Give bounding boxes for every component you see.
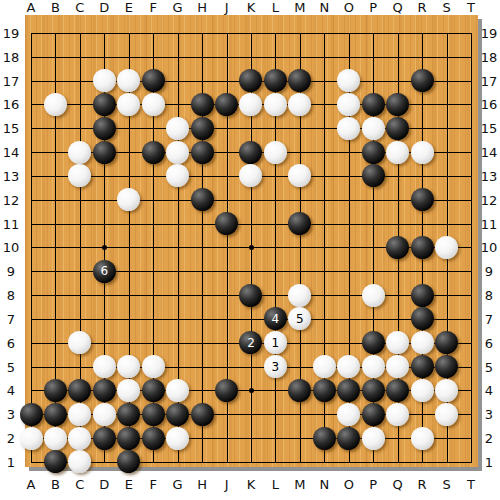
stone-black[interactable] <box>142 403 165 426</box>
coordinate-label: R <box>418 478 427 491</box>
coordinate-label: 10 <box>3 241 20 254</box>
coordinate-label: T <box>467 1 475 14</box>
coordinate-label: 6 <box>7 336 15 349</box>
stone-white[interactable] <box>362 117 385 140</box>
stone-black[interactable] <box>435 355 458 378</box>
coordinate-label: A <box>27 478 36 491</box>
coordinate-label: N <box>319 478 329 491</box>
coordinate-label: G <box>173 478 183 491</box>
coordinate-label: C <box>75 1 84 14</box>
coordinate-label: 2 <box>7 432 15 445</box>
stone-white[interactable] <box>288 284 311 307</box>
stone-black[interactable] <box>337 427 360 450</box>
stone-white[interactable] <box>435 379 458 402</box>
coordinate-label: N <box>319 1 329 14</box>
coordinate-label: F <box>149 1 156 14</box>
move-number-label: 1 <box>272 337 280 349</box>
coordinate-label: 3 <box>7 408 15 421</box>
coordinate-label: 16 <box>481 98 498 111</box>
coordinate-label: G <box>173 1 183 14</box>
stone-white[interactable] <box>166 117 189 140</box>
coordinate-label: S <box>442 1 450 14</box>
stone-white[interactable] <box>337 69 360 92</box>
stone-white[interactable] <box>68 427 91 450</box>
move-number-label: 6 <box>101 265 109 277</box>
hoshi-point <box>249 245 254 250</box>
hoshi-point <box>249 388 254 393</box>
stone-white[interactable] <box>166 141 189 164</box>
stone-black[interactable] <box>435 331 458 354</box>
coordinate-label: 4 <box>7 384 15 397</box>
stone-white[interactable] <box>142 355 165 378</box>
coordinate-label: L <box>272 478 279 491</box>
coordinate-label: T <box>467 478 475 491</box>
stone-white[interactable] <box>117 188 140 211</box>
go-board[interactable]: 645213 <box>25 15 478 467</box>
stone-black[interactable]: 4 <box>264 307 287 330</box>
stone-white[interactable] <box>93 69 116 92</box>
coordinate-label: 9 <box>485 265 493 278</box>
stone-black[interactable] <box>264 69 287 92</box>
coordinate-label: 1 <box>485 455 493 468</box>
stone-white[interactable] <box>337 93 360 116</box>
stone-white[interactable] <box>288 164 311 187</box>
stone-black[interactable] <box>215 93 238 116</box>
coordinate-label: 19 <box>3 27 20 40</box>
stone-black[interactable] <box>215 212 238 235</box>
stone-white[interactable] <box>386 403 409 426</box>
coordinate-label: 18 <box>481 50 498 63</box>
stone-black[interactable] <box>44 379 67 402</box>
stone-white[interactable] <box>68 331 91 354</box>
coordinate-label: 14 <box>481 146 498 159</box>
stone-white[interactable] <box>166 427 189 450</box>
stone-black[interactable] <box>337 379 360 402</box>
stone-black[interactable] <box>411 284 434 307</box>
stone-white[interactable] <box>142 93 165 116</box>
move-number-label: 2 <box>247 337 255 349</box>
stone-white[interactable] <box>68 141 91 164</box>
coordinate-label: 17 <box>481 74 498 87</box>
stone-black[interactable] <box>191 188 214 211</box>
coordinate-label: M <box>294 478 305 491</box>
stone-black[interactable] <box>411 355 434 378</box>
coordinate-label: Q <box>393 478 403 491</box>
stone-black[interactable] <box>93 93 116 116</box>
coordinate-label: 12 <box>481 193 498 206</box>
coordinate-label: J <box>225 478 229 491</box>
stone-black[interactable] <box>288 212 311 235</box>
stone-white[interactable] <box>68 450 91 473</box>
grid-line <box>31 33 32 463</box>
stone-white[interactable] <box>337 117 360 140</box>
stone-black[interactable] <box>362 331 385 354</box>
coordinate-label: 15 <box>3 122 20 135</box>
stone-black[interactable] <box>239 141 262 164</box>
stone-white[interactable]: 5 <box>288 307 311 330</box>
coordinate-label: O <box>344 478 354 491</box>
coordinate-label: M <box>294 1 305 14</box>
stone-white[interactable] <box>435 403 458 426</box>
coordinate-label: 6 <box>485 336 493 349</box>
move-number-label: 3 <box>272 361 280 373</box>
stone-black[interactable] <box>93 117 116 140</box>
coordinate-label: O <box>344 1 354 14</box>
stone-black[interactable] <box>93 379 116 402</box>
stone-black[interactable] <box>411 236 434 259</box>
coordinate-label: H <box>197 1 207 14</box>
coordinate-label: C <box>75 478 84 491</box>
coordinate-label: B <box>51 478 60 491</box>
stone-black[interactable] <box>93 141 116 164</box>
move-number-label: 5 <box>296 313 304 325</box>
stone-black[interactable] <box>411 69 434 92</box>
stone-white[interactable] <box>166 379 189 402</box>
coordinate-label: 8 <box>7 289 15 302</box>
coordinate-label: K <box>247 1 256 14</box>
stone-white[interactable] <box>117 355 140 378</box>
stone-black[interactable] <box>93 427 116 450</box>
stone-white[interactable] <box>239 93 262 116</box>
coordinate-label: P <box>369 478 377 491</box>
coordinate-label: 19 <box>481 27 498 40</box>
stone-black[interactable] <box>362 403 385 426</box>
coordinate-label: P <box>369 1 377 14</box>
stone-white[interactable] <box>68 164 91 187</box>
stone-white[interactable] <box>20 427 43 450</box>
stone-black[interactable] <box>166 403 189 426</box>
coordinate-label: 13 <box>481 169 498 182</box>
coordinate-label: 2 <box>485 432 493 445</box>
stone-black[interactable] <box>142 69 165 92</box>
coordinate-label: 5 <box>7 360 15 373</box>
coordinate-label: 7 <box>485 312 493 325</box>
coordinate-label: 16 <box>3 98 20 111</box>
coordinate-label: 10 <box>481 241 498 254</box>
coordinate-label: 7 <box>7 312 15 325</box>
coordinate-label: 14 <box>3 146 20 159</box>
stone-white[interactable] <box>386 331 409 354</box>
stone-white[interactable] <box>337 403 360 426</box>
coordinate-label: B <box>51 1 60 14</box>
coordinate-label: 9 <box>7 265 15 278</box>
grid-line <box>471 33 472 463</box>
stone-black[interactable] <box>411 188 434 211</box>
stone-black[interactable] <box>191 403 214 426</box>
stone-black[interactable] <box>44 450 67 473</box>
stone-black[interactable] <box>386 117 409 140</box>
stone-white[interactable] <box>117 379 140 402</box>
stone-black[interactable] <box>142 141 165 164</box>
coordinate-label: 3 <box>485 408 493 421</box>
stone-white[interactable] <box>44 93 67 116</box>
coordinate-label: R <box>418 1 427 14</box>
stone-black[interactable] <box>215 379 238 402</box>
stone-white[interactable] <box>435 236 458 259</box>
go-board-screenshot: 645213 ABCDEFGHJKLMNOPQRST ABCDEFGHJKLMN… <box>0 0 500 500</box>
stone-black[interactable] <box>239 69 262 92</box>
stone-white[interactable] <box>264 93 287 116</box>
stone-white[interactable]: 1 <box>264 331 287 354</box>
stone-white[interactable] <box>337 355 360 378</box>
stone-black[interactable] <box>288 379 311 402</box>
stone-white[interactable] <box>386 141 409 164</box>
coordinate-label: L <box>272 1 279 14</box>
stone-black[interactable] <box>386 236 409 259</box>
stone-white[interactable] <box>411 141 434 164</box>
stone-black[interactable]: 2 <box>239 331 262 354</box>
stone-black[interactable] <box>117 427 140 450</box>
coordinate-label: H <box>197 478 207 491</box>
stone-black[interactable] <box>68 379 91 402</box>
stone-black[interactable] <box>362 93 385 116</box>
stone-white[interactable] <box>362 355 385 378</box>
stone-black[interactable] <box>288 69 311 92</box>
stone-black[interactable] <box>362 379 385 402</box>
stone-white[interactable] <box>117 69 140 92</box>
stone-white[interactable] <box>288 93 311 116</box>
stone-white[interactable] <box>68 403 91 426</box>
stone-white[interactable] <box>411 427 434 450</box>
coordinate-label: K <box>247 478 256 491</box>
stone-black[interactable] <box>191 93 214 116</box>
stone-black[interactable] <box>20 403 43 426</box>
stone-black[interactable] <box>411 307 434 330</box>
stone-white[interactable]: 3 <box>264 355 287 378</box>
coordinate-label: D <box>99 478 109 491</box>
hoshi-point <box>102 245 107 250</box>
stone-black[interactable] <box>362 164 385 187</box>
coordinate-label: A <box>27 1 36 14</box>
coordinate-label: E <box>125 1 133 14</box>
coordinate-label: 15 <box>481 122 498 135</box>
coordinate-label: 5 <box>485 360 493 373</box>
stone-white[interactable] <box>386 355 409 378</box>
stone-white[interactable] <box>313 355 336 378</box>
coordinate-label: J <box>225 1 229 14</box>
stone-black[interactable] <box>386 93 409 116</box>
stone-white[interactable] <box>166 164 189 187</box>
coordinate-label: Q <box>393 1 403 14</box>
stone-black[interactable] <box>386 379 409 402</box>
move-number-label: 4 <box>272 313 280 325</box>
coordinate-label: 13 <box>3 169 20 182</box>
stone-white[interactable] <box>362 427 385 450</box>
coordinate-label: 8 <box>485 289 493 302</box>
stone-black[interactable]: 6 <box>93 260 116 283</box>
coordinate-label: 4 <box>485 384 493 397</box>
stone-black[interactable] <box>313 379 336 402</box>
stone-white[interactable] <box>362 284 385 307</box>
coordinate-label: 11 <box>3 217 20 230</box>
stone-white[interactable] <box>117 93 140 116</box>
grid-line <box>31 462 472 463</box>
stone-black[interactable] <box>191 117 214 140</box>
stone-black[interactable] <box>117 403 140 426</box>
stone-black[interactable] <box>44 403 67 426</box>
stone-white[interactable] <box>239 164 262 187</box>
coordinate-label: E <box>125 478 133 491</box>
stone-white[interactable] <box>411 379 434 402</box>
coordinate-label: 18 <box>3 50 20 63</box>
stone-black[interactable] <box>239 284 262 307</box>
stone-black[interactable] <box>313 427 336 450</box>
coordinate-label: 17 <box>3 74 20 87</box>
stone-white[interactable] <box>411 331 434 354</box>
stone-white[interactable] <box>93 355 116 378</box>
grid-line <box>31 319 472 320</box>
stone-white[interactable] <box>264 141 287 164</box>
coordinate-label: 12 <box>3 193 20 206</box>
coordinate-label: 11 <box>481 217 498 230</box>
coordinate-label: 1 <box>7 455 15 468</box>
coordinate-label: S <box>442 478 450 491</box>
coordinate-label: F <box>149 478 156 491</box>
coordinate-label: D <box>99 1 109 14</box>
stone-white[interactable] <box>44 427 67 450</box>
stone-white[interactable] <box>93 403 116 426</box>
stone-black[interactable] <box>142 379 165 402</box>
stone-black[interactable] <box>362 141 385 164</box>
stone-black[interactable] <box>117 450 140 473</box>
stone-black[interactable] <box>191 141 214 164</box>
stone-black[interactable] <box>142 427 165 450</box>
